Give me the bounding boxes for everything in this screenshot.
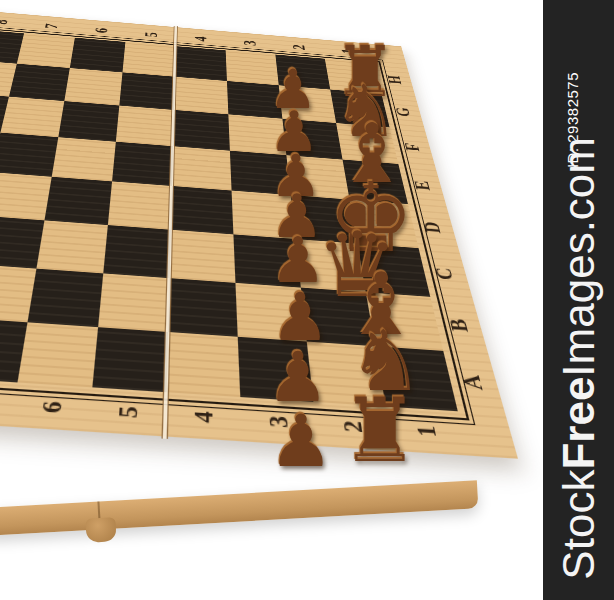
square-g7[interactable] [9, 64, 70, 101]
board-border-corner [458, 411, 518, 458]
square-h6[interactable] [70, 38, 126, 73]
square-d5[interactable] [108, 181, 172, 229]
watermark-site-suffix: Images.com [554, 137, 603, 377]
square-c4[interactable] [170, 230, 236, 283]
square-a4[interactable] [167, 332, 241, 397]
square-g4[interactable] [174, 77, 228, 115]
square-f7[interactable] [0, 97, 64, 138]
square-e7[interactable] [0, 133, 58, 177]
square-d7[interactable] [0, 172, 52, 220]
rank-label-bottom-4: 4 [165, 392, 242, 441]
watermark-site-text: StockFreeImages.com [554, 137, 604, 580]
square-b6[interactable] [27, 269, 103, 328]
stock-photo-stage: 87654321HHGGFFEEDDCCBBAA87654321 ♜♞♝♚♛♝♞… [0, 0, 614, 600]
square-h7[interactable] [17, 33, 75, 68]
square-c5[interactable] [103, 225, 171, 278]
square-h4[interactable] [175, 46, 227, 81]
square-f4[interactable] [173, 110, 230, 151]
square-d6[interactable] [44, 177, 112, 225]
chess-board: 87654321HHGGFFEEDDCCBBAA87654321 [0, 7, 518, 458]
square-d4[interactable] [171, 186, 234, 234]
square-a6[interactable] [17, 322, 98, 387]
square-b4[interactable] [168, 278, 238, 337]
watermark-site-prefix: Stock [554, 470, 603, 580]
board-side-edge [0, 480, 478, 535]
board-perspective-wrap: 87654321HHGGFFEEDDCCBBAA87654321 [0, 7, 518, 458]
piece-pawn-a2[interactable]: ♟ [269, 405, 334, 477]
square-e4[interactable] [172, 146, 232, 190]
rank-label-bottom-5: 5 [88, 387, 166, 436]
watermark-site-bold: Free [554, 377, 603, 470]
square-c6[interactable] [36, 220, 107, 273]
square-f5[interactable] [116, 106, 174, 147]
square-f6[interactable] [58, 101, 119, 142]
square-b5[interactable] [98, 273, 169, 332]
piece-rook-a1[interactable]: ♜ [341, 387, 420, 475]
square-g6[interactable] [64, 68, 122, 105]
square-e5[interactable] [112, 142, 173, 186]
square-a5[interactable] [92, 327, 168, 392]
square-e6[interactable] [52, 137, 116, 181]
board-hinge [85, 517, 116, 543]
square-h5[interactable] [122, 42, 175, 77]
square-g5[interactable] [119, 72, 175, 110]
watermark-bar: ID: 29382575 StockFreeImages.com [543, 0, 614, 600]
rank-label-bottom-6: 6 [10, 382, 92, 431]
